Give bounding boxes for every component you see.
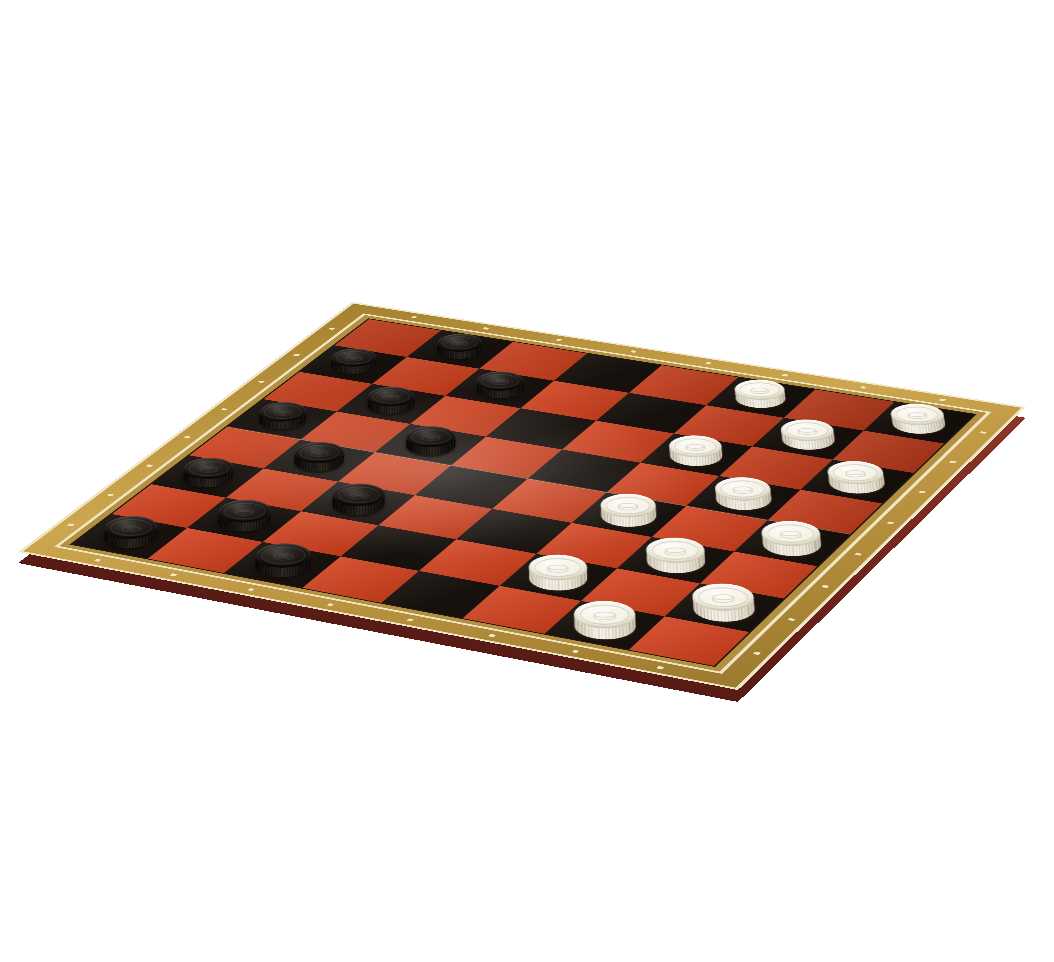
- draughts-man-glyph: ⛂: [259, 406, 307, 416]
- checker-body: ⛀: [779, 419, 835, 449]
- checker-body: ⛂: [102, 516, 159, 548]
- checker-top-face: ⛀: [827, 461, 886, 484]
- checker-body: ⛂: [293, 442, 345, 471]
- checker-body: ⛀: [574, 600, 636, 639]
- checker-top-face: ⛂: [258, 402, 307, 422]
- draughts-man-glyph: ⛂: [218, 505, 271, 516]
- checker-body: ⛀: [692, 583, 756, 621]
- checker-body: ⛂: [253, 543, 311, 577]
- draughts-man-glyph: ⛂: [295, 447, 345, 458]
- draughts-man-glyph: ⛀: [827, 466, 884, 478]
- draughts-man-glyph: ⛀: [529, 560, 587, 573]
- checker-top-face: ⛀: [890, 403, 946, 425]
- draughts-man-glyph: ⛂: [183, 463, 234, 474]
- checker-top-face: ⛂: [405, 426, 455, 447]
- checker-body: ⛀: [669, 435, 724, 466]
- checker-body: ⛂: [367, 386, 415, 413]
- checker-top-face: ⛀: [601, 493, 657, 517]
- draughts-man-glyph: ⛀: [601, 499, 657, 511]
- checker-body: ⛂: [257, 402, 307, 429]
- checker-body: ⛀: [890, 403, 948, 433]
- checker-body: ⛀: [529, 554, 588, 590]
- checker-top-face: ⛀: [734, 379, 786, 399]
- checker-top-face: ⛀: [761, 520, 822, 545]
- draughts-man-glyph: ⛀: [692, 590, 754, 604]
- checker-body: ⛀: [601, 493, 658, 526]
- draughts-man-glyph: ⛀: [669, 440, 722, 451]
- checker-body: ⛂: [476, 371, 523, 398]
- checker-top-face: ⛀: [529, 554, 587, 580]
- draughts-man-glyph: ⛀: [646, 543, 705, 556]
- checker-body: ⛂: [405, 426, 456, 455]
- draughts-man-glyph: ⛀: [574, 607, 636, 621]
- checkers-board: ⛂⛀⛀⛂⛂⛀⛂⛀⛀⛂⛂⛀⛂⛀⛀⛂⛂⛀⛂⛀⛀⛂⛂⛀: [18, 302, 1026, 690]
- draughts-man-glyph: ⛀: [714, 483, 770, 495]
- checker-body: ⛀: [734, 379, 787, 407]
- draughts-man-glyph: ⛂: [406, 431, 456, 441]
- draughts-man-glyph: ⛀: [735, 384, 786, 394]
- checker-top-face: ⛂: [476, 371, 523, 390]
- checker-top-face: ⛀: [779, 419, 834, 441]
- checker-body: ⛂: [330, 348, 376, 373]
- checker-body: ⛂: [217, 499, 273, 531]
- checker-body: ⛂: [331, 483, 385, 514]
- draughts-man-glyph: ⛀: [780, 424, 834, 435]
- draughts-man-glyph: ⛂: [438, 338, 483, 347]
- draughts-man-glyph: ⛀: [761, 527, 821, 540]
- product-photo-scene: ⛂⛀⛀⛂⛂⛀⛂⛀⛀⛂⛂⛀⛂⛀⛀⛂⛂⛀⛂⛀⛀⛂⛂⛀: [0, 0, 1054, 962]
- draughts-man-glyph: ⛂: [104, 521, 158, 533]
- checker-top-face: ⛂: [367, 386, 415, 405]
- checker-body: ⛀: [761, 520, 823, 555]
- checker-body: ⛂: [181, 457, 234, 487]
- checker-top-face: ⛀: [714, 477, 771, 500]
- draughts-man-glyph: ⛀: [890, 409, 944, 420]
- checker-top-face: ⛀: [692, 583, 755, 610]
- draughts-man-glyph: ⛂: [331, 353, 376, 362]
- checker-body: ⛂: [437, 333, 482, 358]
- checker-body: ⛀: [714, 477, 772, 510]
- draughts-man-glyph: ⛂: [332, 489, 385, 500]
- checker-top-face: ⛀: [574, 600, 636, 628]
- draughts-man-glyph: ⛂: [476, 376, 523, 386]
- checker-top-face: ⛂: [332, 483, 386, 505]
- checker-top-face: ⛂: [331, 348, 377, 366]
- checker-body: ⛀: [645, 537, 705, 573]
- checker-top-face: ⛀: [645, 537, 705, 563]
- checker-top-face: ⛂: [254, 543, 311, 567]
- checker-body: ⛀: [827, 461, 887, 493]
- board-squares: ⛂⛀⛀⛂⛂⛀⛂⛀⛀⛂⛂⛀⛂⛀⛀⛂⛂⛀⛂⛀⛀⛂⛂⛀: [72, 319, 974, 666]
- draughts-man-glyph: ⛂: [255, 549, 311, 561]
- checker-top-face: ⛀: [669, 435, 723, 457]
- checker-top-face: ⛂: [437, 333, 482, 351]
- draughts-man-glyph: ⛂: [368, 391, 415, 401]
